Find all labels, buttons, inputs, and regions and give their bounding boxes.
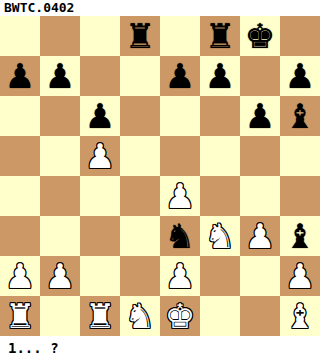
square-g6[interactable]: ♟ <box>240 96 280 136</box>
square-b2[interactable]: ♟ <box>40 256 80 296</box>
square-d3[interactable] <box>120 216 160 256</box>
square-f6[interactable] <box>200 96 240 136</box>
square-b6[interactable] <box>40 96 80 136</box>
square-d4[interactable] <box>120 176 160 216</box>
square-a7[interactable]: ♟ <box>0 56 40 96</box>
square-c8[interactable] <box>80 16 120 56</box>
square-a8[interactable] <box>0 16 40 56</box>
square-f3[interactable]: ♞ <box>200 216 240 256</box>
chess-board: ♜♜♚♟♟♟♟♟♟♟♝♟♟♞♞♟♝♟♟♟♟♜♜♞♚♝ <box>0 16 320 336</box>
square-f8[interactable]: ♜ <box>200 16 240 56</box>
white-pawn-c5[interactable]: ♟ <box>80 136 120 176</box>
white-king-e1[interactable]: ♚ <box>160 296 200 336</box>
square-h8[interactable] <box>280 16 320 56</box>
black-bishop-h3[interactable]: ♝ <box>280 216 320 256</box>
square-c1[interactable]: ♜ <box>80 296 120 336</box>
square-h4[interactable] <box>280 176 320 216</box>
black-king-g8[interactable]: ♚ <box>240 16 280 56</box>
square-a1[interactable]: ♜ <box>0 296 40 336</box>
white-knight-f3[interactable]: ♞ <box>200 216 240 256</box>
square-c2[interactable] <box>80 256 120 296</box>
square-h1[interactable]: ♝ <box>280 296 320 336</box>
square-g1[interactable] <box>240 296 280 336</box>
black-knight-e3[interactable]: ♞ <box>160 216 200 256</box>
title-bar: BWTC.0402 <box>0 0 320 16</box>
square-e1[interactable]: ♚ <box>160 296 200 336</box>
square-e4[interactable]: ♟ <box>160 176 200 216</box>
square-d2[interactable] <box>120 256 160 296</box>
square-f2[interactable] <box>200 256 240 296</box>
white-rook-c1[interactable]: ♜ <box>80 296 120 336</box>
white-pawn-a2[interactable]: ♟ <box>0 256 40 296</box>
square-e6[interactable] <box>160 96 200 136</box>
square-e5[interactable] <box>160 136 200 176</box>
white-rook-a1[interactable]: ♜ <box>0 296 40 336</box>
square-a2[interactable]: ♟ <box>0 256 40 296</box>
white-pawn-h2[interactable]: ♟ <box>280 256 320 296</box>
square-g5[interactable] <box>240 136 280 176</box>
square-c4[interactable] <box>80 176 120 216</box>
square-f5[interactable] <box>200 136 240 176</box>
black-pawn-c6[interactable]: ♟ <box>80 96 120 136</box>
square-a4[interactable] <box>0 176 40 216</box>
square-g7[interactable] <box>240 56 280 96</box>
black-rook-d8[interactable]: ♜ <box>120 16 160 56</box>
white-knight-d1[interactable]: ♞ <box>120 296 160 336</box>
black-pawn-a7[interactable]: ♟ <box>0 56 40 96</box>
square-d1[interactable]: ♞ <box>120 296 160 336</box>
square-b1[interactable] <box>40 296 80 336</box>
square-g3[interactable]: ♟ <box>240 216 280 256</box>
square-b4[interactable] <box>40 176 80 216</box>
black-pawn-b7[interactable]: ♟ <box>40 56 80 96</box>
page-title: BWTC.0402 <box>0 0 74 16</box>
square-f1[interactable] <box>200 296 240 336</box>
square-c7[interactable] <box>80 56 120 96</box>
square-a5[interactable] <box>0 136 40 176</box>
square-e3[interactable]: ♞ <box>160 216 200 256</box>
square-e7[interactable]: ♟ <box>160 56 200 96</box>
square-h3[interactable]: ♝ <box>280 216 320 256</box>
square-a3[interactable] <box>0 216 40 256</box>
square-c6[interactable]: ♟ <box>80 96 120 136</box>
status-bar: 1... ? <box>0 336 320 360</box>
square-h7[interactable]: ♟ <box>280 56 320 96</box>
square-f7[interactable]: ♟ <box>200 56 240 96</box>
square-a6[interactable] <box>0 96 40 136</box>
white-bishop-h1[interactable]: ♝ <box>280 296 320 336</box>
square-h2[interactable]: ♟ <box>280 256 320 296</box>
square-g8[interactable]: ♚ <box>240 16 280 56</box>
square-b3[interactable] <box>40 216 80 256</box>
square-b8[interactable] <box>40 16 80 56</box>
square-d8[interactable]: ♜ <box>120 16 160 56</box>
black-rook-f8[interactable]: ♜ <box>200 16 240 56</box>
square-c3[interactable] <box>80 216 120 256</box>
square-c5[interactable]: ♟ <box>80 136 120 176</box>
black-pawn-h7[interactable]: ♟ <box>280 56 320 96</box>
square-h6[interactable]: ♝ <box>280 96 320 136</box>
square-e2[interactable]: ♟ <box>160 256 200 296</box>
square-b7[interactable]: ♟ <box>40 56 80 96</box>
square-g4[interactable] <box>240 176 280 216</box>
move-prompt: 1... ? <box>0 336 59 360</box>
square-d7[interactable] <box>120 56 160 96</box>
square-d6[interactable] <box>120 96 160 136</box>
black-pawn-e7[interactable]: ♟ <box>160 56 200 96</box>
square-g2[interactable] <box>240 256 280 296</box>
black-bishop-h6[interactable]: ♝ <box>280 96 320 136</box>
square-b5[interactable] <box>40 136 80 176</box>
square-d5[interactable] <box>120 136 160 176</box>
square-e8[interactable] <box>160 16 200 56</box>
white-pawn-g3[interactable]: ♟ <box>240 216 280 256</box>
white-pawn-b2[interactable]: ♟ <box>40 256 80 296</box>
black-pawn-g6[interactable]: ♟ <box>240 96 280 136</box>
white-pawn-e2[interactable]: ♟ <box>160 256 200 296</box>
square-f4[interactable] <box>200 176 240 216</box>
black-pawn-f7[interactable]: ♟ <box>200 56 240 96</box>
square-h5[interactable] <box>280 136 320 176</box>
white-pawn-e4[interactable]: ♟ <box>160 176 200 216</box>
